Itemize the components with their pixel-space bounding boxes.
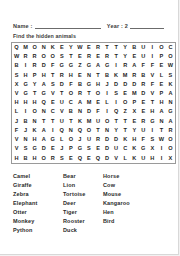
grid-cell-r2c13[interactable]: Y	[121, 52, 130, 61]
grid-cell-r5c16[interactable]: F	[148, 80, 157, 89]
word-bear: Bear	[63, 173, 103, 179]
grid-cell-r8c18[interactable]: G	[166, 108, 175, 117]
grid-cell-r8c2[interactable]: I	[21, 108, 30, 117]
grid-cell-r1c6[interactable]: E	[57, 43, 66, 52]
grid-cell-r2c14[interactable]: E	[130, 52, 139, 61]
grid-cell-r6c4[interactable]: G	[39, 89, 48, 98]
grid-cell-r8c17[interactable]: A	[157, 108, 166, 117]
grid-cell-r3c14[interactable]: A	[130, 61, 139, 70]
grid-cell-r1c5[interactable]: K	[48, 43, 57, 52]
grid-cell-r9c18[interactable]: A	[166, 117, 175, 126]
grid-cell-r11c4[interactable]: A	[39, 135, 48, 144]
grid-cell-r11c12[interactable]: D	[112, 135, 121, 144]
grid-cell-r12c9[interactable]: S	[84, 145, 93, 154]
grid-cell-r5c17[interactable]: E	[157, 80, 166, 89]
grid-cell-r9c14[interactable]: E	[130, 117, 139, 126]
grid-cell-r1c14[interactable]: B	[130, 43, 139, 52]
grid-cell-r13c1[interactable]: H	[12, 154, 21, 163]
grid-cell-r2c3[interactable]: R	[30, 52, 39, 61]
grid-cell-r13c18[interactable]: X	[166, 154, 175, 163]
grid-cell-r6c17[interactable]: P	[157, 89, 166, 98]
name-blank-line	[35, 22, 101, 29]
grid-cell-r1c16[interactable]: I	[148, 43, 157, 52]
word-bird: Bird	[103, 218, 165, 224]
word-python: Python	[13, 227, 63, 233]
grid-cell-r10c13[interactable]: T	[121, 126, 130, 135]
grid-cell-r4c16[interactable]: V	[148, 71, 157, 80]
grid-cell-r6c5[interactable]: V	[48, 89, 57, 98]
grid-cell-r1c9[interactable]: E	[84, 43, 93, 52]
grid-cell-r3c17[interactable]: E	[157, 61, 166, 70]
grid-cell-r3c16[interactable]: F	[148, 61, 157, 70]
grid-cell-r12c12[interactable]: U	[112, 145, 121, 154]
grid-cell-r9c8[interactable]: K	[75, 117, 84, 126]
grid-cell-r13c15[interactable]: U	[139, 154, 148, 163]
grid-cell-r12c16[interactable]: X	[148, 145, 157, 154]
grid-cell-r13c5[interactable]: R	[48, 154, 57, 163]
grid-cell-r8c13[interactable]: Z	[121, 108, 130, 117]
grid-cell-r5c18[interactable]: K	[166, 80, 175, 89]
grid-cell-r13c11[interactable]: D	[103, 154, 112, 163]
grid-cell-r6c8[interactable]: R	[75, 89, 84, 98]
grid-cell-r12c4[interactable]: D	[39, 145, 48, 154]
grid-cell-r7c16[interactable]: T	[148, 98, 157, 107]
grid-cell-r11c2[interactable]: N	[21, 135, 30, 144]
grid-cell-r5c9[interactable]: G	[84, 80, 93, 89]
grid-cell-r6c11[interactable]: I	[103, 89, 112, 98]
grid-cell-r13c3[interactable]: H	[30, 154, 39, 163]
grid-cell-r8c4[interactable]: N	[39, 108, 48, 117]
grid-cell-r2c11[interactable]: R	[103, 52, 112, 61]
grid-cell-r8c12[interactable]: Q	[112, 108, 121, 117]
word-deer: Deer	[63, 200, 103, 206]
grid-cell-r10c12[interactable]: Y	[112, 126, 121, 135]
grid-cell-r6c10[interactable]: O	[93, 89, 102, 98]
grid-cell-r7c1[interactable]: H	[12, 98, 21, 107]
grid-cell-r8c1[interactable]: L	[12, 108, 21, 117]
grid-cell-r2c2[interactable]: R	[21, 52, 30, 61]
grid-cell-r12c14[interactable]: K	[130, 145, 139, 154]
grid-cell-r5c4[interactable]: A	[39, 80, 48, 89]
grid-cell-r9c1[interactable]: J	[12, 117, 21, 126]
grid-cell-r6c16[interactable]: V	[148, 89, 157, 98]
grid-cell-r2c18[interactable]: O	[166, 52, 175, 61]
grid-cell-r2c16[interactable]: I	[148, 52, 157, 61]
grid-cell-r3c8[interactable]: Z	[75, 61, 84, 70]
grid-cell-r12c2[interactable]: S	[21, 145, 30, 154]
grid-cell-r10c6[interactable]: Q	[57, 126, 66, 135]
grid-cell-r8c6[interactable]: V	[57, 108, 66, 117]
grid-cell-r4c17[interactable]: L	[157, 71, 166, 80]
grid-cell-r4c1[interactable]: S	[12, 71, 21, 80]
grid-cell-r10c4[interactable]: A	[39, 126, 48, 135]
grid-cell-r11c10[interactable]: R	[93, 135, 102, 144]
grid-cell-r5c7[interactable]: F	[66, 80, 75, 89]
word-otter: Otter	[13, 209, 63, 215]
grid-cell-r6c18[interactable]: A	[166, 89, 175, 98]
grid-cell-r2c17[interactable]: P	[157, 52, 166, 61]
grid-cell-r10c5[interactable]: I	[48, 126, 57, 135]
grid-cell-r11c5[interactable]: G	[48, 135, 57, 144]
grid-cell-r8c5[interactable]: C	[48, 108, 57, 117]
grid-cell-r11c7[interactable]: O	[66, 135, 75, 144]
grid-cell-r4c15[interactable]: B	[139, 71, 148, 80]
grid-cell-r3c7[interactable]: G	[66, 61, 75, 70]
grid-cell-r10c3[interactable]: K	[30, 126, 39, 135]
grid-cell-r10c16[interactable]: I	[148, 126, 157, 135]
grid-cell-r13c4[interactable]: O	[39, 154, 48, 163]
word-tiger: Tiger	[63, 209, 103, 215]
grid-cell-r7c15[interactable]: E	[139, 98, 148, 107]
grid-cell-r3c4[interactable]: D	[39, 61, 48, 70]
grid-cell-r9c15[interactable]: R	[139, 117, 148, 126]
grid-cell-r6c2[interactable]: G	[21, 89, 30, 98]
grid-cell-r4c11[interactable]: B	[103, 71, 112, 80]
grid-cell-r7c14[interactable]: P	[130, 98, 139, 107]
grid-cell-r3c6[interactable]: G	[57, 61, 66, 70]
word-mouse: Mouse	[103, 191, 165, 197]
grid-cell-r6c13[interactable]: E	[121, 89, 130, 98]
grid-cell-r9c5[interactable]: T	[48, 117, 57, 126]
grid-cell-r13c2[interactable]: B	[21, 154, 30, 163]
grid-cell-r2c1[interactable]: W	[12, 52, 21, 61]
grid-cell-r5c1[interactable]: X	[12, 80, 21, 89]
grid-cell-r13c16[interactable]: H	[148, 154, 157, 163]
grid-cell-r3c18[interactable]: W	[166, 61, 175, 70]
grid-cell-r7c3[interactable]: H	[30, 98, 39, 107]
grid-cell-r12c7[interactable]: P	[66, 145, 75, 154]
grid-cell-r7c13[interactable]: O	[121, 98, 130, 107]
grid-cell-r4c2[interactable]: H	[21, 71, 30, 80]
grid-cell-r13c8[interactable]: Q	[75, 154, 84, 163]
grid-cell-r3c2[interactable]: I	[21, 61, 30, 70]
grid-cell-r12c18[interactable]: O	[166, 145, 175, 154]
grid-cell-r1c2[interactable]: M	[21, 43, 30, 52]
grid-cell-r5c3[interactable]: Y	[30, 80, 39, 89]
grid-cell-r10c2[interactable]: J	[21, 126, 30, 135]
grid-cell-r1c1[interactable]: Q	[12, 43, 21, 52]
grid-cell-r12c11[interactable]: D	[103, 145, 112, 154]
grid-cell-r3c12[interactable]: I	[112, 61, 121, 70]
grid-cell-r11c1[interactable]: V	[12, 135, 21, 144]
grid-cell-r13c9[interactable]: E	[84, 154, 93, 163]
grid-cell-r2c8[interactable]: E	[75, 52, 84, 61]
grid-cell-r10c11[interactable]: N	[103, 126, 112, 135]
grid-cell-r5c8[interactable]: B	[75, 80, 84, 89]
grid-cell-r11c11[interactable]: D	[103, 135, 112, 144]
grid-cell-r4c14[interactable]: R	[130, 71, 139, 80]
grid-cell-r9c3[interactable]: N	[30, 117, 39, 126]
grid-cell-r7c11[interactable]: L	[103, 98, 112, 107]
grid-cell-r3c5[interactable]: F	[48, 61, 57, 70]
grid-cell-r11c18[interactable]: O	[166, 135, 175, 144]
grid-cell-r1c18[interactable]: C	[166, 43, 175, 52]
word-search-grid: QMONKEYWERTTYBUIOCWRROOSTERERTYEUIPOBIRD…	[11, 42, 176, 164]
grid-cell-r6c9[interactable]: T	[84, 89, 93, 98]
grid-cell-r10c10[interactable]: T	[93, 126, 102, 135]
grid-cell-r1c7[interactable]: Y	[66, 43, 75, 52]
grid-cell-r2c10[interactable]: E	[93, 52, 102, 61]
grid-cell-r6c12[interactable]: S	[112, 89, 121, 98]
grid-cell-r10c8[interactable]: Q	[75, 126, 84, 135]
grid-cell-r9c16[interactable]: G	[148, 117, 157, 126]
grid-cell-r5c11[interactable]: J	[103, 80, 112, 89]
grid-cell-r8c16[interactable]: H	[148, 108, 157, 117]
grid-cell-r4c12[interactable]: K	[112, 71, 121, 80]
grid-cell-r11c6[interactable]: L	[57, 135, 66, 144]
worksheet-page: Name : Year : 2 Find the hidden animals …	[0, 0, 179, 255]
grid-cell-r3c1[interactable]: B	[12, 61, 21, 70]
grid-cell-r12c6[interactable]: J	[57, 145, 66, 154]
grid-cell-r12c15[interactable]: G	[139, 145, 148, 154]
grid-cell-r11c3[interactable]: H	[30, 135, 39, 144]
word-camel: Camel	[13, 173, 63, 179]
grid-cell-r5c6[interactable]: D	[57, 80, 66, 89]
grid-cell-r3c9[interactable]: G	[84, 61, 93, 70]
grid-cell-r8c14[interactable]: X	[130, 108, 139, 117]
year-label: Year : 2	[107, 23, 128, 29]
grid-cell-r12c10[interactable]: E	[93, 145, 102, 154]
grid-cell-r9c7[interactable]: T	[66, 117, 75, 126]
grid-cell-r8c3[interactable]: O	[30, 108, 39, 117]
grid-cell-r1c4[interactable]: N	[39, 43, 48, 52]
grid-cell-r9c11[interactable]: O	[103, 117, 112, 126]
grid-cell-r5c10[interactable]: H	[93, 80, 102, 89]
grid-cell-r11c16[interactable]: S	[148, 135, 157, 144]
grid-cell-r5c13[interactable]: D	[121, 80, 130, 89]
grid-cell-r9c12[interactable]: T	[112, 117, 121, 126]
grid-cell-r13c12[interactable]: V	[112, 154, 121, 163]
word-lion: Lion	[63, 182, 103, 188]
grid-cell-r4c3[interactable]: P	[30, 71, 39, 80]
grid-cell-r1c17[interactable]: O	[157, 43, 166, 52]
grid-cell-r6c15[interactable]: D	[139, 89, 148, 98]
grid-cell-r8c11[interactable]: I	[103, 108, 112, 117]
grid-cell-r1c15[interactable]: U	[139, 43, 148, 52]
year-blank-line	[130, 22, 164, 29]
grid-cell-r10c17[interactable]: T	[157, 126, 166, 135]
grid-cell-r13c14[interactable]: K	[130, 154, 139, 163]
grid-cell-r12c8[interactable]: G	[75, 145, 84, 154]
grid-cell-r3c13[interactable]: R	[121, 61, 130, 70]
grid-cell-r4c4[interactable]: H	[39, 71, 48, 80]
grid-cell-r3c11[interactable]: G	[103, 61, 112, 70]
word-monkey: Monkey	[13, 218, 63, 224]
grid-cell-r4c6[interactable]: R	[57, 71, 66, 80]
grid-cell-r7c2[interactable]: H	[21, 98, 30, 107]
grid-cell-r4c8[interactable]: E	[75, 71, 84, 80]
grid-cell-r5c5[interactable]: S	[48, 80, 57, 89]
word-list: CamelBearHorseGiraffeLionCowZebraTortois…	[13, 171, 171, 234]
grid-cell-r5c15[interactable]: R	[139, 80, 148, 89]
grid-cell-r7c8[interactable]: A	[75, 98, 84, 107]
grid-cell-r2c12[interactable]: T	[112, 52, 121, 61]
grid-cell-r6c3[interactable]: T	[30, 89, 39, 98]
grid-cell-r6c1[interactable]: V	[12, 89, 21, 98]
grid-cell-r9c17[interactable]: N	[157, 117, 166, 126]
grid-cell-r8c8[interactable]: N	[75, 108, 84, 117]
grid-cell-r2c7[interactable]: T	[66, 52, 75, 61]
header-name-year-row: Name : Year : 2	[13, 22, 166, 29]
grid-cell-r2c9[interactable]: R	[84, 52, 93, 61]
grid-cell-r10c15[interactable]: U	[139, 126, 148, 135]
grid-cell-r6c6[interactable]: T	[57, 89, 66, 98]
grid-cell-r4c10[interactable]: T	[93, 71, 102, 80]
grid-cell-r7c4[interactable]: Q	[39, 98, 48, 107]
grid-cell-r11c8[interactable]: J	[75, 135, 84, 144]
grid-cell-r9c4[interactable]: T	[39, 117, 48, 126]
grid-cell-r4c18[interactable]: S	[166, 71, 175, 80]
grid-cell-r11c17[interactable]: W	[157, 135, 166, 144]
grid-cell-r7c7[interactable]: C	[66, 98, 75, 107]
grid-cell-r7c18[interactable]: N	[166, 98, 175, 107]
grid-cell-r8c7[interactable]: B	[66, 108, 75, 117]
word-giraffe: Giraffe	[13, 182, 63, 188]
grid-cell-r12c13[interactable]: C	[121, 145, 130, 154]
grid-cell-r12c17[interactable]: I	[157, 145, 166, 154]
grid-cell-r8c9[interactable]: D	[84, 108, 93, 117]
grid-cell-r13c10[interactable]: Q	[93, 154, 102, 163]
grid-cell-r8c15[interactable]: E	[139, 108, 148, 117]
grid-cell-r10c1[interactable]: F	[12, 126, 21, 135]
grid-cell-r11c15[interactable]: F	[139, 135, 148, 144]
grid-cell-r3c10[interactable]: A	[93, 61, 102, 70]
word-horse: Horse	[103, 173, 165, 179]
word-elephant: Elephant	[13, 200, 63, 206]
grid-cell-r7c9[interactable]: M	[84, 98, 93, 107]
grid-cell-r13c17[interactable]: I	[157, 154, 166, 163]
grid-cell-r9c2[interactable]: B	[21, 117, 30, 126]
name-label: Name :	[13, 23, 33, 29]
grid-cell-r5c14[interactable]: D	[130, 80, 139, 89]
grid-cell-r2c6[interactable]: S	[57, 52, 66, 61]
grid-cell-r5c2[interactable]: G	[21, 80, 30, 89]
grid-cell-r4c7[interactable]: H	[66, 71, 75, 80]
grid-cell-r13c13[interactable]: L	[121, 154, 130, 163]
grid-cell-r1c10[interactable]: R	[93, 43, 102, 52]
word-hen: Hen	[103, 209, 165, 215]
word-rooster: Rooster	[63, 218, 103, 224]
grid-cell-r9c13[interactable]: T	[121, 117, 130, 126]
grid-cell-r3c3[interactable]: R	[30, 61, 39, 70]
grid-cell-r4c5[interactable]: T	[48, 71, 57, 80]
grid-cell-r1c11[interactable]: T	[103, 43, 112, 52]
word-zebra: Zebra	[13, 191, 63, 197]
grid-cell-r11c14[interactable]: H	[130, 135, 139, 144]
grid-cell-r9c10[interactable]: U	[93, 117, 102, 126]
grid-cell-r10c18[interactable]: R	[166, 126, 175, 135]
grid-cell-r9c6[interactable]: U	[57, 117, 66, 126]
grid-cell-r8c10[interactable]: F	[93, 108, 102, 117]
grid-cell-r5c12[interactable]: D	[112, 80, 121, 89]
word-kangaroo: Kangaroo	[103, 200, 165, 206]
grid-cell-r12c5[interactable]: E	[48, 145, 57, 154]
grid-cell-r7c6[interactable]: U	[57, 98, 66, 107]
grid-cell-r12c3[interactable]: G	[30, 145, 39, 154]
grid-cell-r2c5[interactable]: O	[48, 52, 57, 61]
grid-cell-r1c3[interactable]: O	[30, 43, 39, 52]
grid-cell-r6c14[interactable]: M	[130, 89, 139, 98]
grid-cell-r10c14[interactable]: Y	[130, 126, 139, 135]
grid-cell-r7c10[interactable]: E	[93, 98, 102, 107]
grid-cell-r11c9[interactable]: U	[84, 135, 93, 144]
grid-cell-r7c12[interactable]: I	[112, 98, 121, 107]
grid-cell-r13c6[interactable]: S	[57, 154, 66, 163]
grid-cell-r11c13[interactable]: K	[121, 135, 130, 144]
word-cow: Cow	[103, 182, 165, 188]
grid-cell-r10c9[interactable]: O	[84, 126, 93, 135]
grid-cell-r4c9[interactable]: N	[84, 71, 93, 80]
grid-cell-r7c5[interactable]: E	[48, 98, 57, 107]
word-tortoise: Tortoise	[63, 191, 103, 197]
puzzle-instruction: Find the hidden animals	[13, 33, 76, 39]
grid-cell-r4c13[interactable]: M	[121, 71, 130, 80]
grid-cell-r10c7[interactable]: N	[66, 126, 75, 135]
grid-cell-r2c15[interactable]: U	[139, 52, 148, 61]
grid-cell-r12c1[interactable]: V	[12, 145, 21, 154]
grid-cell-r1c13[interactable]: Y	[121, 43, 130, 52]
grid-cell-r1c12[interactable]: T	[112, 43, 121, 52]
grid-cell-r1c8[interactable]: W	[75, 43, 84, 52]
grid-cell-r13c7[interactable]: E	[66, 154, 75, 163]
grid-cell-r3c15[interactable]: F	[139, 61, 148, 70]
grid-cell-r9c9[interactable]: M	[84, 117, 93, 126]
grid-cell-r6c7[interactable]: O	[66, 89, 75, 98]
grid-cell-r2c4[interactable]: O	[39, 52, 48, 61]
grid-cell-r7c17[interactable]: H	[157, 98, 166, 107]
word-duck: Duck	[63, 227, 103, 233]
